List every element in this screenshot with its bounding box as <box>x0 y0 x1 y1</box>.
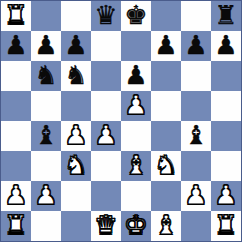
square-c1[interactable] <box>61 211 91 241</box>
black-bishop-icon[interactable]: ♝ <box>184 121 207 150</box>
white-bishop-icon[interactable]: ♝ <box>154 211 177 240</box>
square-e3[interactable]: ♝ <box>121 151 151 181</box>
square-h6[interactable] <box>211 61 241 91</box>
black-queen-icon[interactable]: ♛ <box>94 1 117 30</box>
square-a7[interactable]: ♟ <box>1 31 31 61</box>
square-h1[interactable]: ♜ <box>211 211 241 241</box>
black-pawn-icon[interactable]: ♟ <box>184 31 207 60</box>
white-queen-icon[interactable]: ♛ <box>94 211 117 240</box>
square-c8[interactable] <box>61 1 91 31</box>
square-e5[interactable]: ♟ <box>121 91 151 121</box>
white-rook-icon[interactable]: ♜ <box>214 211 237 240</box>
square-e6[interactable]: ♟ <box>121 61 151 91</box>
white-pawn-icon[interactable]: ♟ <box>64 121 87 150</box>
white-rook-icon[interactable]: ♜ <box>4 211 27 240</box>
square-h4[interactable] <box>211 121 241 151</box>
square-g4[interactable]: ♝ <box>181 121 211 151</box>
square-b8[interactable] <box>31 1 61 31</box>
square-g3[interactable] <box>181 151 211 181</box>
square-d7[interactable] <box>91 31 121 61</box>
square-a2[interactable]: ♟ <box>1 181 31 211</box>
black-bishop-icon[interactable]: ♝ <box>34 121 57 150</box>
square-b1[interactable] <box>31 211 61 241</box>
square-c5[interactable] <box>61 91 91 121</box>
white-pawn-icon[interactable]: ♟ <box>34 181 57 210</box>
black-king-icon[interactable]: ♚ <box>124 1 147 30</box>
square-f4[interactable] <box>151 121 181 151</box>
white-rook-icon[interactable]: ♜ <box>4 1 27 30</box>
black-pawn-icon[interactable]: ♟ <box>4 31 27 60</box>
square-c3[interactable]: ♞ <box>61 151 91 181</box>
square-e1[interactable]: ♚ <box>121 211 151 241</box>
square-c2[interactable] <box>61 181 91 211</box>
white-pawn-icon[interactable]: ♟ <box>214 181 237 210</box>
white-pawn-icon[interactable]: ♟ <box>124 91 147 120</box>
square-g2[interactable]: ♟ <box>181 181 211 211</box>
square-c6[interactable]: ♞ <box>61 61 91 91</box>
square-g6[interactable] <box>181 61 211 91</box>
black-pawn-icon[interactable]: ♟ <box>124 61 147 90</box>
black-pawn-icon[interactable]: ♟ <box>64 31 87 60</box>
square-d3[interactable] <box>91 151 121 181</box>
chess-board: ♜♛♚♜♟♟♟♟♟♟♞♞♟♟♝♟♟♝♞♝♞♟♟♟♟♜♛♚♝♜ <box>0 0 242 242</box>
square-f7[interactable]: ♟ <box>151 31 181 61</box>
white-bishop-icon[interactable]: ♝ <box>124 151 147 180</box>
square-f6[interactable] <box>151 61 181 91</box>
square-a6[interactable] <box>1 61 31 91</box>
square-f3[interactable]: ♞ <box>151 151 181 181</box>
square-b2[interactable]: ♟ <box>31 181 61 211</box>
square-b6[interactable]: ♞ <box>31 61 61 91</box>
white-knight-icon[interactable]: ♞ <box>64 151 87 180</box>
white-knight-icon[interactable]: ♞ <box>154 151 177 180</box>
square-b5[interactable] <box>31 91 61 121</box>
black-pawn-icon[interactable]: ♟ <box>214 31 237 60</box>
black-knight-icon[interactable]: ♞ <box>34 61 57 90</box>
square-a3[interactable] <box>1 151 31 181</box>
white-pawn-icon[interactable]: ♟ <box>184 181 207 210</box>
square-g7[interactable]: ♟ <box>181 31 211 61</box>
square-d5[interactable] <box>91 91 121 121</box>
square-d8[interactable]: ♛ <box>91 1 121 31</box>
square-f8[interactable] <box>151 1 181 31</box>
square-e7[interactable] <box>121 31 151 61</box>
square-a5[interactable] <box>1 91 31 121</box>
black-pawn-icon[interactable]: ♟ <box>154 31 177 60</box>
square-c7[interactable]: ♟ <box>61 31 91 61</box>
black-knight-icon[interactable]: ♞ <box>64 61 87 90</box>
square-b7[interactable]: ♟ <box>31 31 61 61</box>
square-d6[interactable] <box>91 61 121 91</box>
square-f2[interactable] <box>151 181 181 211</box>
square-b3[interactable] <box>31 151 61 181</box>
square-e8[interactable]: ♚ <box>121 1 151 31</box>
square-h2[interactable]: ♟ <box>211 181 241 211</box>
black-rook-icon[interactable]: ♜ <box>214 1 237 30</box>
square-a4[interactable] <box>1 121 31 151</box>
white-king-icon[interactable]: ♚ <box>124 211 147 240</box>
square-g5[interactable] <box>181 91 211 121</box>
square-f5[interactable] <box>151 91 181 121</box>
square-h8[interactable]: ♜ <box>211 1 241 31</box>
square-d1[interactable]: ♛ <box>91 211 121 241</box>
square-h5[interactable] <box>211 91 241 121</box>
white-pawn-icon[interactable]: ♟ <box>4 181 27 210</box>
black-pawn-icon[interactable]: ♟ <box>34 31 57 60</box>
square-h7[interactable]: ♟ <box>211 31 241 61</box>
square-f1[interactable]: ♝ <box>151 211 181 241</box>
square-d2[interactable] <box>91 181 121 211</box>
square-a1[interactable]: ♜ <box>1 211 31 241</box>
square-a8[interactable]: ♜ <box>1 1 31 31</box>
square-e4[interactable] <box>121 121 151 151</box>
square-e2[interactable] <box>121 181 151 211</box>
square-b4[interactable]: ♝ <box>31 121 61 151</box>
square-g8[interactable] <box>181 1 211 31</box>
square-c4[interactable]: ♟ <box>61 121 91 151</box>
square-d4[interactable]: ♟ <box>91 121 121 151</box>
white-pawn-icon[interactable]: ♟ <box>94 121 117 150</box>
square-g1[interactable] <box>181 211 211 241</box>
square-h3[interactable] <box>211 151 241 181</box>
